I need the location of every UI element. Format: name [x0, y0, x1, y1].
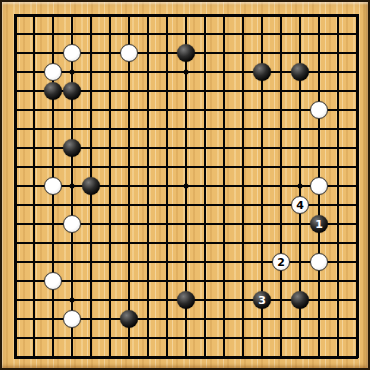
stone-black-K17	[177, 44, 195, 62]
stone-black-O4-move-3: 3	[253, 291, 271, 309]
star-point	[298, 184, 303, 189]
grid-line-h	[14, 261, 358, 263]
grid-line-h	[14, 356, 358, 359]
stone-white-R14	[310, 101, 328, 119]
grid-line-v	[280, 14, 282, 358]
grid-line-v	[223, 14, 225, 358]
go-board[interactable]: 4213	[0, 0, 370, 370]
stone-white-C5	[44, 272, 62, 290]
grid-line-h	[14, 242, 358, 244]
star-point	[70, 70, 75, 75]
stone-black-D15	[63, 82, 81, 100]
star-point	[70, 184, 75, 189]
grid-line-v	[356, 14, 359, 358]
stone-black-Q16	[291, 63, 309, 81]
grid-line-h	[14, 337, 358, 339]
grid-line-v	[337, 14, 339, 358]
stone-black-C15	[44, 82, 62, 100]
stone-black-R8-move-1: 1	[310, 215, 328, 233]
stone-black-Q4	[291, 291, 309, 309]
stone-black-D12	[63, 139, 81, 157]
go-board-grid[interactable]: 4213	[15, 15, 357, 357]
stone-white-G17	[120, 44, 138, 62]
stone-white-R10	[310, 177, 328, 195]
grid-line-h	[14, 280, 358, 282]
stone-white-Q9-move-4: 4	[291, 196, 309, 214]
stone-black-K4	[177, 291, 195, 309]
stone-black-G3	[120, 310, 138, 328]
stone-white-D3	[63, 310, 81, 328]
stone-white-D8	[63, 215, 81, 233]
stone-white-C10	[44, 177, 62, 195]
star-point	[184, 70, 189, 75]
grid-line-v	[204, 14, 206, 358]
stone-black-E10	[82, 177, 100, 195]
stone-black-O16	[253, 63, 271, 81]
star-point	[70, 298, 75, 303]
stone-white-D17	[63, 44, 81, 62]
stone-white-R6	[310, 253, 328, 271]
stone-white-C16	[44, 63, 62, 81]
grid-line-v	[242, 14, 244, 358]
star-point	[184, 184, 189, 189]
stone-white-P6-move-2: 2	[272, 253, 290, 271]
